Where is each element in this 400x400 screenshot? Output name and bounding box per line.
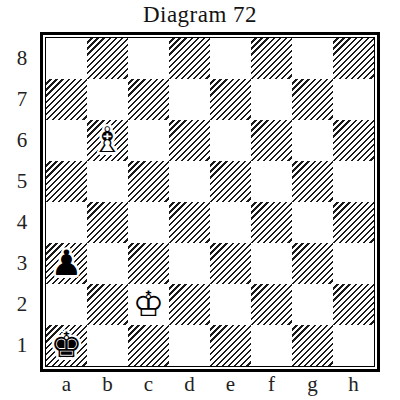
square-d5[interactable] (169, 161, 210, 202)
square-c4[interactable] (128, 202, 169, 243)
square-a4[interactable] (46, 202, 87, 243)
square-a5[interactable] (46, 161, 87, 202)
square-a8[interactable] (46, 38, 87, 79)
square-e1[interactable] (210, 325, 251, 366)
square-e3[interactable] (210, 243, 251, 284)
square-b4[interactable] (87, 202, 128, 243)
square-a7[interactable] (46, 79, 87, 120)
white-king-piece: ♚♔ (128, 284, 169, 325)
square-d6[interactable] (169, 120, 210, 161)
square-f8[interactable] (251, 38, 292, 79)
square-g4[interactable] (292, 202, 333, 243)
black-pawn-icon: ♟ (46, 243, 87, 284)
square-c3[interactable] (128, 243, 169, 284)
square-h6[interactable] (333, 120, 374, 161)
chess-diagram-page: Diagram 72 87654321 ♝♗♟♟♚♔♚♚ abcdefgh (0, 0, 400, 400)
file-label-h: h (333, 372, 374, 397)
square-h7[interactable] (333, 79, 374, 120)
square-h5[interactable] (333, 161, 374, 202)
rank-label-3: 3 (10, 243, 34, 284)
square-f1[interactable] (251, 325, 292, 366)
diagram-title: Diagram 72 (0, 2, 400, 28)
square-f6[interactable] (251, 120, 292, 161)
square-e5[interactable] (210, 161, 251, 202)
rank-labels: 87654321 (10, 38, 34, 366)
black-king-piece: ♚♚ (46, 325, 87, 366)
square-f2[interactable] (251, 284, 292, 325)
file-label-f: f (251, 372, 292, 397)
square-e7[interactable] (210, 79, 251, 120)
square-f4[interactable] (251, 202, 292, 243)
square-b1[interactable] (87, 325, 128, 366)
square-g3[interactable] (292, 243, 333, 284)
square-f7[interactable] (251, 79, 292, 120)
square-b8[interactable] (87, 38, 128, 79)
black-pawn-piece: ♟♟ (46, 243, 87, 284)
rank-label-1: 1 (10, 325, 34, 366)
square-f3[interactable] (251, 243, 292, 284)
square-b7[interactable] (87, 79, 128, 120)
square-a1[interactable]: ♚♚ (46, 325, 87, 366)
square-d1[interactable] (169, 325, 210, 366)
board-frame: ♝♗♟♟♚♔♚♚ (40, 32, 380, 372)
black-king-icon: ♚ (46, 325, 87, 366)
square-e6[interactable] (210, 120, 251, 161)
square-g8[interactable] (292, 38, 333, 79)
square-a3[interactable]: ♟♟ (46, 243, 87, 284)
square-d8[interactable] (169, 38, 210, 79)
white-bishop-piece: ♝♗ (87, 120, 128, 161)
square-h8[interactable] (333, 38, 374, 79)
board: ♝♗♟♟♚♔♚♚ (45, 37, 375, 367)
white-king-icon: ♔ (128, 284, 169, 325)
file-label-g: g (292, 372, 333, 397)
square-h4[interactable] (333, 202, 374, 243)
white-bishop-icon: ♗ (87, 120, 128, 161)
square-g7[interactable] (292, 79, 333, 120)
square-c5[interactable] (128, 161, 169, 202)
square-e4[interactable] (210, 202, 251, 243)
square-b2[interactable] (87, 284, 128, 325)
file-label-c: c (128, 372, 169, 397)
square-c8[interactable] (128, 38, 169, 79)
square-d3[interactable] (169, 243, 210, 284)
square-d7[interactable] (169, 79, 210, 120)
square-f5[interactable] (251, 161, 292, 202)
file-label-a: a (46, 372, 87, 397)
square-b3[interactable] (87, 243, 128, 284)
file-label-d: d (169, 372, 210, 397)
rank-label-5: 5 (10, 161, 34, 202)
square-c2[interactable]: ♚♔ (128, 284, 169, 325)
square-g6[interactable] (292, 120, 333, 161)
square-e8[interactable] (210, 38, 251, 79)
rank-label-2: 2 (10, 284, 34, 325)
file-labels: abcdefgh (46, 372, 374, 397)
rank-label-7: 7 (10, 79, 34, 120)
square-c7[interactable] (128, 79, 169, 120)
file-label-e: e (210, 372, 251, 397)
square-a6[interactable] (46, 120, 87, 161)
square-g5[interactable] (292, 161, 333, 202)
square-h2[interactable] (333, 284, 374, 325)
file-label-b: b (87, 372, 128, 397)
square-b5[interactable] (87, 161, 128, 202)
square-g1[interactable] (292, 325, 333, 366)
rank-label-4: 4 (10, 202, 34, 243)
rank-label-6: 6 (10, 120, 34, 161)
square-d4[interactable] (169, 202, 210, 243)
square-c6[interactable] (128, 120, 169, 161)
square-b6[interactable]: ♝♗ (87, 120, 128, 161)
square-c1[interactable] (128, 325, 169, 366)
square-a2[interactable] (46, 284, 87, 325)
square-h3[interactable] (333, 243, 374, 284)
square-e2[interactable] (210, 284, 251, 325)
square-d2[interactable] (169, 284, 210, 325)
rank-label-8: 8 (10, 38, 34, 79)
square-g2[interactable] (292, 284, 333, 325)
square-h1[interactable] (333, 325, 374, 366)
